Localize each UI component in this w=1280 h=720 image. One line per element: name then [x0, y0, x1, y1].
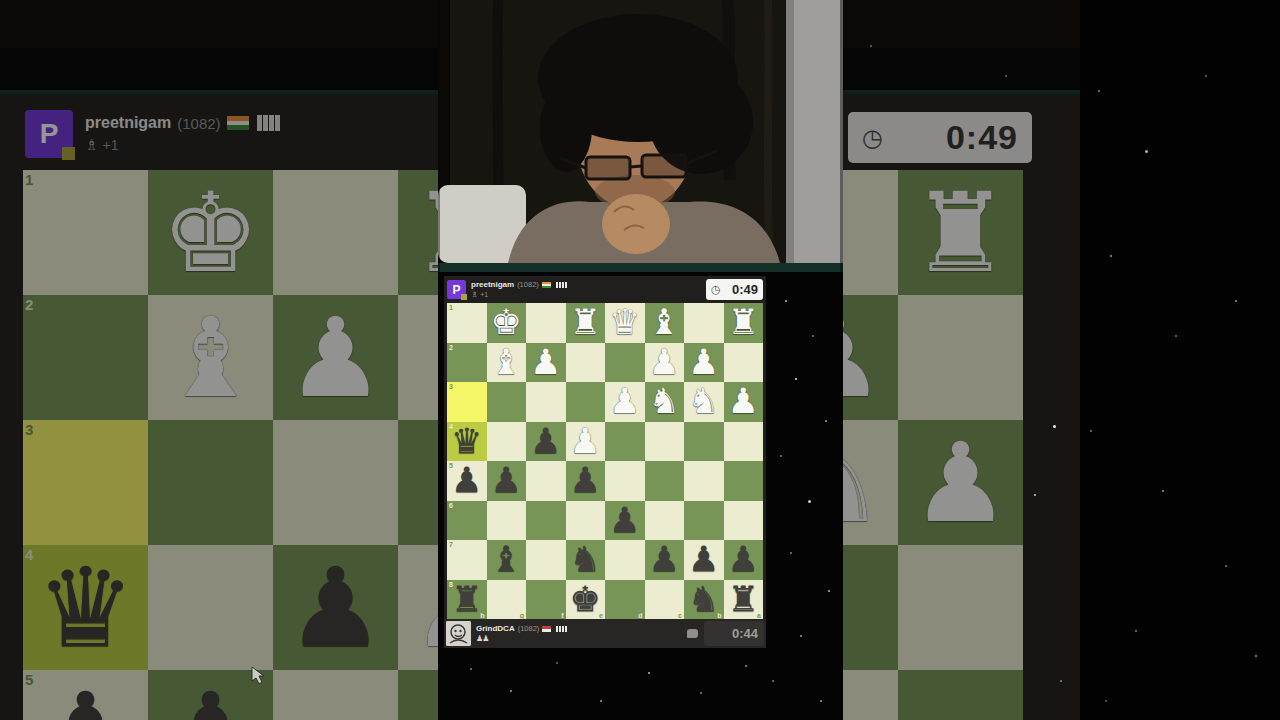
- black-clock-time: 0:44: [732, 626, 758, 641]
- square-g4[interactable]: [487, 422, 527, 462]
- rank-label: 3: [25, 421, 33, 438]
- piece-bP-f4[interactable]: ♟: [530, 424, 561, 459]
- square-a4[interactable]: [724, 422, 764, 462]
- piece-bP-g5: ♟: [161, 678, 260, 720]
- star: [785, 300, 787, 302]
- star: [1135, 630, 1137, 632]
- piece-wR-e1: ♜: [411, 178, 440, 288]
- piece-wK-g1: ♚: [161, 178, 260, 288]
- square-e2[interactable]: [566, 343, 606, 383]
- rank-label: 3: [449, 383, 453, 390]
- chessboard[interactable]: 1♚♜♛♝♜2♝♟♟♟3♟♞♞♟♛4♟♟♟5♟♟6♟7♝♞♟♟♟♜8hgf♚ed…: [447, 303, 763, 619]
- square-f4[interactable]: ♟: [526, 422, 566, 462]
- piece-bB-g7[interactable]: ♝: [491, 542, 522, 577]
- square-b3: ♞: [840, 420, 898, 545]
- square-e6[interactable]: [566, 501, 606, 541]
- rank-label: 4: [25, 546, 33, 563]
- captured-pawn-icons: ♟♟: [476, 634, 488, 643]
- piece-bN-b8[interactable]: ♞: [688, 582, 719, 617]
- piece-bK-e8[interactable]: ♚: [570, 582, 601, 617]
- square-a6[interactable]: [724, 501, 764, 541]
- star: [772, 680, 774, 682]
- white-player-avatar[interactable]: P: [447, 280, 466, 299]
- square-a5: [898, 670, 1023, 720]
- star: [1255, 655, 1257, 657]
- piece-wP-e4: ♟: [411, 553, 440, 663]
- background-dark-band: [0, 0, 440, 48]
- star: [812, 335, 814, 337]
- square-b6[interactable]: [684, 501, 724, 541]
- square-f6[interactable]: [526, 501, 566, 541]
- square-h7[interactable]: 7: [447, 540, 487, 580]
- square-e4: ♟: [398, 545, 440, 670]
- background-board-right: ♚♜♛♝♜♝♟♟♟♟♞♞♟♛♟♟♟♟♟: [840, 170, 1023, 720]
- star: [800, 635, 802, 637]
- square-b4: [840, 545, 898, 670]
- flag-icon: [227, 116, 249, 130]
- star: [1162, 490, 1164, 492]
- square-g6[interactable]: [487, 501, 527, 541]
- star: [510, 690, 512, 692]
- square-h8[interactable]: ♜8h: [447, 580, 487, 620]
- white-player-rating: (1082): [517, 280, 539, 289]
- divider-line: [840, 90, 1080, 94]
- square-f5[interactable]: [526, 461, 566, 501]
- piece-wP-d3[interactable]: ♟: [609, 384, 640, 419]
- piece-wB-c1[interactable]: ♝: [649, 305, 680, 340]
- square-g3[interactable]: [487, 382, 527, 422]
- square-d3[interactable]: ♟: [605, 382, 645, 422]
- square-d5[interactable]: [605, 461, 645, 501]
- square-f3[interactable]: [526, 382, 566, 422]
- material-advantage: +1: [102, 137, 118, 153]
- square-h4[interactable]: ♛4: [447, 422, 487, 462]
- star: [828, 590, 830, 592]
- piece-bR-a8[interactable]: ♜: [728, 582, 759, 617]
- square-g2: ♝: [148, 295, 273, 420]
- white-player-bar: P preetnigam (1082) ♗ +1: [444, 276, 766, 303]
- square-b5: [840, 670, 898, 720]
- square-e5: ♟: [398, 670, 440, 720]
- square-g4: [148, 545, 273, 670]
- piece-bP-a7[interactable]: ♟: [728, 542, 759, 577]
- star: [745, 665, 747, 667]
- star: [470, 668, 472, 670]
- piece-wP-b2[interactable]: ♟: [688, 345, 719, 380]
- black-player-avatar[interactable]: [446, 621, 471, 646]
- square-b2: ♟: [840, 295, 898, 420]
- square-e1[interactable]: ♜: [566, 303, 606, 343]
- background-dark-band: [0, 48, 440, 90]
- file-label: b: [717, 612, 721, 619]
- background-left: P preetnigam (1082) ♗ +1 1♚♜♛♝♜2♝♟♟♟3♟♞♞…: [0, 0, 440, 720]
- flag-icon: [542, 282, 551, 288]
- star: [1060, 680, 1062, 682]
- square-c7[interactable]: ♟: [645, 540, 685, 580]
- rank-label: 4: [449, 423, 453, 430]
- square-h5: ♟5: [23, 670, 148, 720]
- person-hand: [602, 194, 670, 254]
- piece-wP-a3: ♟: [911, 428, 1010, 538]
- square-b1[interactable]: [684, 303, 724, 343]
- piece-wP-b2: ♟: [840, 303, 885, 413]
- square-a3: ♟: [898, 420, 1023, 545]
- white-player-bar-bg: P preetnigam (1082) ♗ +1: [25, 110, 280, 158]
- white-player-name[interactable]: preetnigam: [471, 280, 514, 289]
- white-clock-bg: ◷ 0:49: [848, 112, 1032, 163]
- star: [820, 700, 822, 702]
- star: [700, 692, 702, 694]
- divider-bar: [438, 263, 843, 272]
- square-b3[interactable]: ♞: [684, 382, 724, 422]
- mouse-cursor: [251, 666, 267, 686]
- star: [795, 378, 797, 380]
- piece-wP-f2[interactable]: ♟: [530, 345, 561, 380]
- piece-bP-c7[interactable]: ♟: [649, 542, 680, 577]
- file-label: f: [561, 612, 563, 619]
- star: [1090, 430, 1092, 432]
- square-d8[interactable]: d: [605, 580, 645, 620]
- square-c5[interactable]: [645, 461, 685, 501]
- square-a7[interactable]: ♟: [724, 540, 764, 580]
- square-a8[interactable]: ♜a: [724, 580, 764, 620]
- piece-bP-e5[interactable]: ♟: [570, 463, 601, 498]
- rank-label: 5: [25, 671, 33, 688]
- square-d7[interactable]: [605, 540, 645, 580]
- piece-wB-g2[interactable]: ♝: [491, 345, 522, 380]
- chat-icon[interactable]: [687, 629, 698, 638]
- star: [1105, 700, 1107, 702]
- piece-wP-f2: ♟: [286, 303, 385, 413]
- square-b5[interactable]: [684, 461, 724, 501]
- rank-label: 1: [25, 171, 33, 188]
- square-h1[interactable]: 1: [447, 303, 487, 343]
- square-f4: ♟: [273, 545, 398, 670]
- star: [1205, 75, 1207, 77]
- white-clock-time: 0:49: [946, 118, 1018, 157]
- star: [648, 672, 650, 674]
- piece-wR-a1: ♜: [911, 178, 1010, 288]
- piece-bP-h5: ♟: [36, 678, 135, 720]
- rank-label: 8: [449, 581, 453, 588]
- square-b8[interactable]: ♞b: [684, 580, 724, 620]
- star: [780, 455, 782, 457]
- star: [1145, 150, 1148, 153]
- square-h6[interactable]: 6: [447, 501, 487, 541]
- square-h3[interactable]: 3: [447, 382, 487, 422]
- piece-bP-e5: ♟: [411, 678, 440, 720]
- square-g5[interactable]: ♟: [487, 461, 527, 501]
- square-g2[interactable]: ♝: [487, 343, 527, 383]
- white-clock: ◷ 0:49: [706, 279, 763, 300]
- rank-label: 1: [449, 304, 453, 311]
- square-g1[interactable]: ♚: [487, 303, 527, 343]
- space-background: [1080, 0, 1280, 720]
- square-b2[interactable]: ♟: [684, 343, 724, 383]
- file-label: h: [480, 612, 484, 619]
- square-f2[interactable]: ♟: [526, 343, 566, 383]
- black-player-name[interactable]: GrindDCA: [476, 624, 515, 633]
- square-f5: [273, 670, 398, 720]
- piece-wN-b3[interactable]: ♞: [688, 384, 719, 419]
- square-h2: 2: [23, 295, 148, 420]
- star: [1175, 335, 1177, 337]
- square-b4[interactable]: [684, 422, 724, 462]
- square-d1[interactable]: ♛: [605, 303, 645, 343]
- rank-label: 5: [449, 462, 453, 469]
- star: [870, 45, 872, 47]
- square-a1[interactable]: ♜: [724, 303, 764, 343]
- rank-label: 2: [25, 296, 33, 313]
- piece-bR-h8[interactable]: ♜: [451, 582, 482, 617]
- square-h2[interactable]: 2: [447, 343, 487, 383]
- file-label: a: [757, 612, 761, 619]
- background-dark-band: [840, 0, 1080, 48]
- square-c6[interactable]: [645, 501, 685, 541]
- square-f2: ♟: [273, 295, 398, 420]
- avatar-status-badge: [62, 147, 75, 160]
- piece-bP-g5[interactable]: ♟: [491, 463, 522, 498]
- piece-wN-c3[interactable]: ♞: [649, 384, 680, 419]
- star: [1098, 90, 1100, 92]
- square-h3: 3: [23, 420, 148, 545]
- piece-bP-d6[interactable]: ♟: [609, 503, 640, 538]
- star: [556, 662, 558, 664]
- square-g3: [148, 420, 273, 545]
- piece-wB-g2: ♝: [161, 303, 260, 413]
- rank-label: 6: [449, 502, 453, 509]
- square-c4[interactable]: [645, 422, 685, 462]
- square-f8[interactable]: f: [526, 580, 566, 620]
- piece-bQ-h4[interactable]: ♛: [451, 424, 482, 459]
- piece-wR-a1[interactable]: ♜: [728, 305, 759, 340]
- divider-line: [0, 90, 440, 94]
- player-name: preetnigam: [85, 114, 171, 132]
- clock-icon: ◷: [862, 124, 883, 152]
- square-d6[interactable]: ♟: [605, 501, 645, 541]
- webcam-video: [438, 0, 843, 263]
- piece-bP-h5[interactable]: ♟: [451, 463, 482, 498]
- captured-bishop-icon: ♗: [85, 136, 98, 154]
- white-clock-time: 0:49: [732, 282, 758, 297]
- piece-wP-a3[interactable]: ♟: [728, 384, 759, 419]
- file-label: d: [638, 612, 642, 619]
- square-e4[interactable]: ♟: [566, 422, 606, 462]
- piece-wP-e4[interactable]: ♟: [570, 424, 601, 459]
- piece-wQ-d1[interactable]: ♛: [609, 305, 640, 340]
- black-player-rating: (1082): [518, 624, 540, 633]
- captured-bishop-icon: ♗: [471, 290, 478, 299]
- square-a4: [898, 545, 1023, 670]
- black-player-bar: GrindDCA (1082) ♟♟ 0:44: [444, 619, 766, 648]
- square-h1: 1: [23, 170, 148, 295]
- clock-icon: ◷: [711, 283, 721, 296]
- square-e1: ♜: [398, 170, 440, 295]
- background-dark-band: [840, 48, 1080, 90]
- square-a5[interactable]: [724, 461, 764, 501]
- square-h4: ♛4: [23, 545, 148, 670]
- flag-icon: [542, 626, 551, 632]
- piece-bQ-h4: ♛: [36, 553, 135, 663]
- background-right: ◷ 0:49 ♚♜♛♝♜♝♟♟♟♟♞♞♟♛♟♟♟♟♟: [840, 0, 1080, 720]
- piece-bP-f4: ♟: [286, 553, 385, 663]
- video-frame: P preetnigam (1082) ♗ +1 1♚♜♛♝♜2♝♟♟♟3♟♞♞…: [0, 0, 1280, 720]
- wall: [786, 0, 843, 263]
- star: [1005, 75, 1007, 77]
- square-e3: [398, 420, 440, 545]
- star: [1225, 565, 1227, 567]
- pawn-tally-icons: [257, 115, 280, 131]
- square-b1: [840, 170, 898, 295]
- file-label: g: [520, 612, 524, 619]
- square-c8[interactable]: c: [645, 580, 685, 620]
- avatar-initial: P: [452, 283, 460, 297]
- piece-wR-e1[interactable]: ♜: [570, 305, 601, 340]
- square-a2[interactable]: [724, 343, 764, 383]
- pawn-tally-icons: [556, 626, 567, 632]
- star: [1110, 255, 1112, 257]
- star: [1053, 425, 1056, 428]
- rank-label: 2: [449, 344, 453, 351]
- video-strip: P preetnigam (1082) ♗ +1: [438, 0, 843, 720]
- square-g7[interactable]: ♝: [487, 540, 527, 580]
- piece-wP-c2[interactable]: ♟: [649, 345, 680, 380]
- player-rating: (1082): [177, 115, 220, 132]
- square-e8[interactable]: ♚e: [566, 580, 606, 620]
- avatar-status-badge: [461, 294, 467, 300]
- file-label: e: [599, 612, 603, 619]
- star: [1034, 494, 1036, 496]
- star: [600, 700, 602, 702]
- square-f7[interactable]: [526, 540, 566, 580]
- square-a2: [898, 295, 1023, 420]
- square-d2[interactable]: [605, 343, 645, 383]
- piece-bN-e7[interactable]: ♞: [570, 542, 601, 577]
- star: [808, 500, 811, 503]
- game-panel: P preetnigam (1082) ♗ +1: [444, 276, 766, 648]
- square-f3: [273, 420, 398, 545]
- square-c1[interactable]: ♝: [645, 303, 685, 343]
- star: [790, 552, 792, 554]
- avatar: P: [25, 110, 73, 158]
- square-d4[interactable]: [605, 422, 645, 462]
- pawn-tally-icons: [556, 282, 567, 288]
- square-e3[interactable]: [566, 382, 606, 422]
- star: [825, 420, 827, 422]
- piece-wK-g1[interactable]: ♚: [491, 305, 522, 340]
- square-a3[interactable]: ♟: [724, 382, 764, 422]
- background-board-left: 1♚♜♛♝♜2♝♟♟♟3♟♞♞♟♛4♟♟♟5♟♟: [23, 170, 440, 720]
- file-label: c: [678, 612, 682, 619]
- square-e5[interactable]: ♟: [566, 461, 606, 501]
- square-b7[interactable]: ♟: [684, 540, 724, 580]
- black-clock: 0:44: [704, 621, 764, 646]
- square-f1: [273, 170, 398, 295]
- material-advantage: +1: [480, 291, 488, 298]
- square-e2: [398, 295, 440, 420]
- piece-wN-b3: ♞: [840, 428, 885, 538]
- square-h5[interactable]: ♟5: [447, 461, 487, 501]
- avatar-initial: P: [40, 118, 59, 150]
- star: [1235, 300, 1237, 302]
- piece-bP-b7[interactable]: ♟: [688, 542, 719, 577]
- rank-label: 7: [449, 541, 453, 548]
- square-c3[interactable]: ♞: [645, 382, 685, 422]
- square-g8[interactable]: g: [487, 580, 527, 620]
- square-f1[interactable]: [526, 303, 566, 343]
- square-g1: ♚: [148, 170, 273, 295]
- square-e7[interactable]: ♞: [566, 540, 606, 580]
- square-a1: ♜: [898, 170, 1023, 295]
- glasses: [586, 157, 630, 179]
- square-c2[interactable]: ♟: [645, 343, 685, 383]
